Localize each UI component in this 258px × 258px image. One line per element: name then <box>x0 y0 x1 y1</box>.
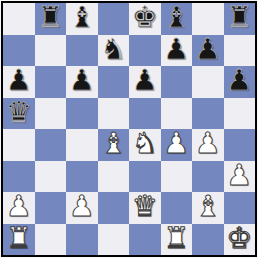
square-d7[interactable]: ♞ <box>98 35 130 67</box>
square-b4[interactable] <box>35 129 67 161</box>
square-d8[interactable] <box>98 3 130 35</box>
square-g4[interactable]: ♟ <box>192 129 224 161</box>
square-f4[interactable]: ♟ <box>161 129 193 161</box>
piece-white-bishop[interactable]: ♝ <box>100 129 126 158</box>
square-c7[interactable] <box>66 35 98 67</box>
piece-white-pawn[interactable]: ♟ <box>163 129 189 158</box>
piece-black-pawn[interactable]: ♟ <box>195 35 221 64</box>
square-a2[interactable]: ♟ <box>3 192 35 224</box>
piece-black-rook[interactable]: ♜ <box>37 3 63 32</box>
square-d1[interactable] <box>98 224 130 256</box>
square-e7[interactable] <box>129 35 161 67</box>
square-f6[interactable] <box>161 66 193 98</box>
square-a1[interactable]: ♜ <box>3 224 35 256</box>
square-h6[interactable]: ♟ <box>224 66 256 98</box>
square-a6[interactable]: ♟ <box>3 66 35 98</box>
square-e3[interactable] <box>129 161 161 193</box>
square-d6[interactable] <box>98 66 130 98</box>
square-a3[interactable] <box>3 161 35 193</box>
piece-white-queen[interactable]: ♛ <box>132 192 158 221</box>
square-g6[interactable] <box>192 66 224 98</box>
square-h2[interactable] <box>224 192 256 224</box>
square-h5[interactable] <box>224 98 256 130</box>
square-d4[interactable]: ♝ <box>98 129 130 161</box>
square-c4[interactable] <box>66 129 98 161</box>
square-h4[interactable] <box>224 129 256 161</box>
square-f5[interactable] <box>161 98 193 130</box>
piece-white-knight[interactable]: ♞ <box>132 129 158 158</box>
piece-white-rook[interactable]: ♜ <box>163 224 189 253</box>
square-d5[interactable] <box>98 98 130 130</box>
square-b7[interactable] <box>35 35 67 67</box>
square-e5[interactable] <box>129 98 161 130</box>
square-c3[interactable] <box>66 161 98 193</box>
piece-white-pawn[interactable]: ♟ <box>69 192 95 221</box>
square-h3[interactable]: ♟ <box>224 161 256 193</box>
square-b5[interactable] <box>35 98 67 130</box>
piece-black-pawn[interactable]: ♟ <box>226 66 252 95</box>
square-c2[interactable]: ♟ <box>66 192 98 224</box>
board-outer-margin: ♜♝♚♝♜♞♟♟♟♟♟♟♛♝♞♟♟♟♟♟♛♝♜♜♚ <box>0 0 258 258</box>
square-b3[interactable] <box>35 161 67 193</box>
square-g2[interactable]: ♝ <box>192 192 224 224</box>
piece-white-king[interactable]: ♚ <box>226 224 252 253</box>
square-g7[interactable]: ♟ <box>192 35 224 67</box>
piece-white-pawn[interactable]: ♟ <box>226 161 252 190</box>
piece-white-pawn[interactable]: ♟ <box>195 129 221 158</box>
square-g8[interactable] <box>192 3 224 35</box>
square-a4[interactable] <box>3 129 35 161</box>
square-e4[interactable]: ♞ <box>129 129 161 161</box>
piece-black-bishop[interactable]: ♝ <box>163 3 189 32</box>
square-h7[interactable] <box>224 35 256 67</box>
square-h8[interactable]: ♜ <box>224 3 256 35</box>
square-a8[interactable] <box>3 3 35 35</box>
piece-white-rook[interactable]: ♜ <box>6 224 32 253</box>
piece-white-pawn[interactable]: ♟ <box>6 192 32 221</box>
square-d2[interactable] <box>98 192 130 224</box>
square-c5[interactable] <box>66 98 98 130</box>
square-h1[interactable]: ♚ <box>224 224 256 256</box>
piece-black-bishop[interactable]: ♝ <box>69 3 95 32</box>
square-e8[interactable]: ♚ <box>129 3 161 35</box>
piece-black-pawn[interactable]: ♟ <box>6 66 32 95</box>
square-b2[interactable] <box>35 192 67 224</box>
square-a5[interactable]: ♛ <box>3 98 35 130</box>
square-f2[interactable] <box>161 192 193 224</box>
square-b8[interactable]: ♜ <box>35 3 67 35</box>
square-g5[interactable] <box>192 98 224 130</box>
square-e2[interactable]: ♛ <box>129 192 161 224</box>
square-e1[interactable] <box>129 224 161 256</box>
square-b6[interactable] <box>35 66 67 98</box>
board-frame: ♜♝♚♝♜♞♟♟♟♟♟♟♛♝♞♟♟♟♟♟♛♝♜♜♚ <box>1 1 257 257</box>
square-c6[interactable]: ♟ <box>66 66 98 98</box>
piece-black-knight[interactable]: ♞ <box>100 35 126 64</box>
square-d3[interactable] <box>98 161 130 193</box>
square-f8[interactable]: ♝ <box>161 3 193 35</box>
square-g3[interactable] <box>192 161 224 193</box>
square-a7[interactable] <box>3 35 35 67</box>
square-b1[interactable] <box>35 224 67 256</box>
piece-black-rook[interactable]: ♜ <box>226 3 252 32</box>
piece-black-pawn[interactable]: ♟ <box>132 66 158 95</box>
square-e6[interactable]: ♟ <box>129 66 161 98</box>
square-g1[interactable] <box>192 224 224 256</box>
piece-black-pawn[interactable]: ♟ <box>163 35 189 64</box>
square-f3[interactable] <box>161 161 193 193</box>
piece-black-pawn[interactable]: ♟ <box>69 66 95 95</box>
square-c1[interactable] <box>66 224 98 256</box>
square-c8[interactable]: ♝ <box>66 3 98 35</box>
square-f1[interactable]: ♜ <box>161 224 193 256</box>
piece-black-queen[interactable]: ♛ <box>6 98 32 127</box>
piece-white-bishop[interactable]: ♝ <box>195 192 221 221</box>
chess-board: ♜♝♚♝♜♞♟♟♟♟♟♟♛♝♞♟♟♟♟♟♛♝♜♜♚ <box>3 3 255 255</box>
square-f7[interactable]: ♟ <box>161 35 193 67</box>
piece-black-king[interactable]: ♚ <box>132 3 158 32</box>
